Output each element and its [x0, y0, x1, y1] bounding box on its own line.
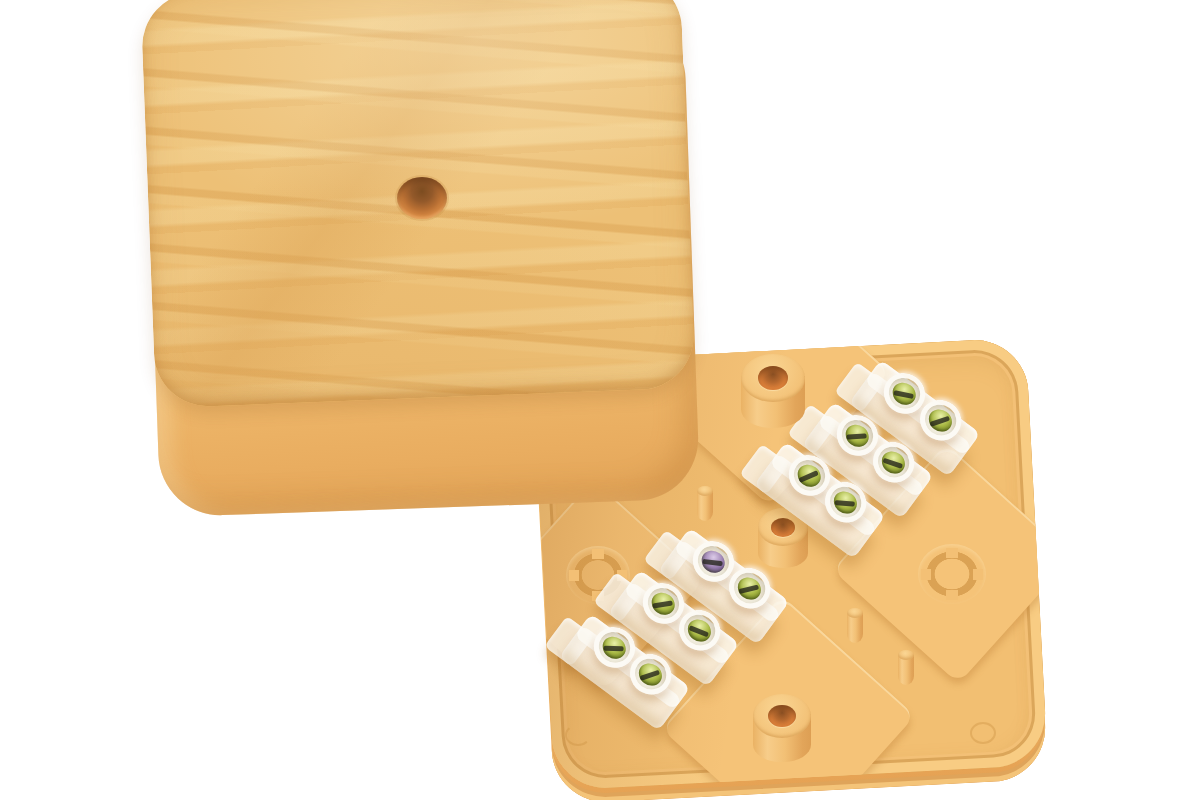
- screw-slot: [883, 457, 904, 468]
- corner-mark: [565, 724, 591, 746]
- terminal-screw-green: [683, 615, 715, 646]
- screw-slot: [894, 390, 915, 399]
- corner-mark: [970, 722, 996, 744]
- screw-slot: [689, 625, 709, 637]
- terminal-screw-green: [877, 447, 909, 478]
- screw-slot: [640, 669, 661, 680]
- terminal-screw-green: [829, 487, 861, 518]
- terminal-screw-green: [733, 573, 765, 604]
- terminal-screw-green: [647, 588, 679, 619]
- peg-top: [847, 608, 863, 618]
- terminal-screw-green: [888, 378, 920, 409]
- knockout-ring-right: [918, 544, 986, 604]
- product-photo-scene: [0, 0, 1200, 800]
- terminal-screw-green: [841, 420, 873, 451]
- terminal-screw-green: [634, 659, 666, 690]
- cable-peg: [898, 650, 914, 680]
- screw-slot: [703, 559, 723, 566]
- post-screw-hole: [771, 518, 795, 537]
- mounting-post-north: [741, 354, 805, 430]
- screw-slot: [653, 600, 674, 608]
- knockout-gap: [569, 570, 579, 581]
- post-screw-hole: [758, 366, 788, 390]
- terminal-screw-green: [598, 632, 630, 663]
- screw-slot: [835, 500, 855, 507]
- peg-top: [898, 650, 914, 660]
- knockout-gap: [973, 569, 983, 580]
- screw-slot: [739, 584, 760, 594]
- cable-peg: [847, 608, 863, 638]
- terminal-screw-green: [924, 405, 956, 436]
- peg-top: [697, 486, 713, 496]
- screw-slot: [799, 470, 819, 483]
- terminal-screw-purple: [697, 546, 729, 577]
- lid-screw-hole: [397, 177, 447, 219]
- knockout-gap: [921, 569, 931, 580]
- knockout-gap: [592, 549, 604, 559]
- screw-slot: [604, 645, 624, 651]
- knockout-gap: [946, 548, 958, 558]
- screw-slot: [847, 433, 867, 439]
- mounting-post-south: [753, 694, 811, 764]
- screw-slot: [930, 415, 951, 426]
- terminal-screw-green: [793, 460, 825, 491]
- knockout-gap: [946, 590, 958, 600]
- post-screw-hole: [768, 705, 796, 727]
